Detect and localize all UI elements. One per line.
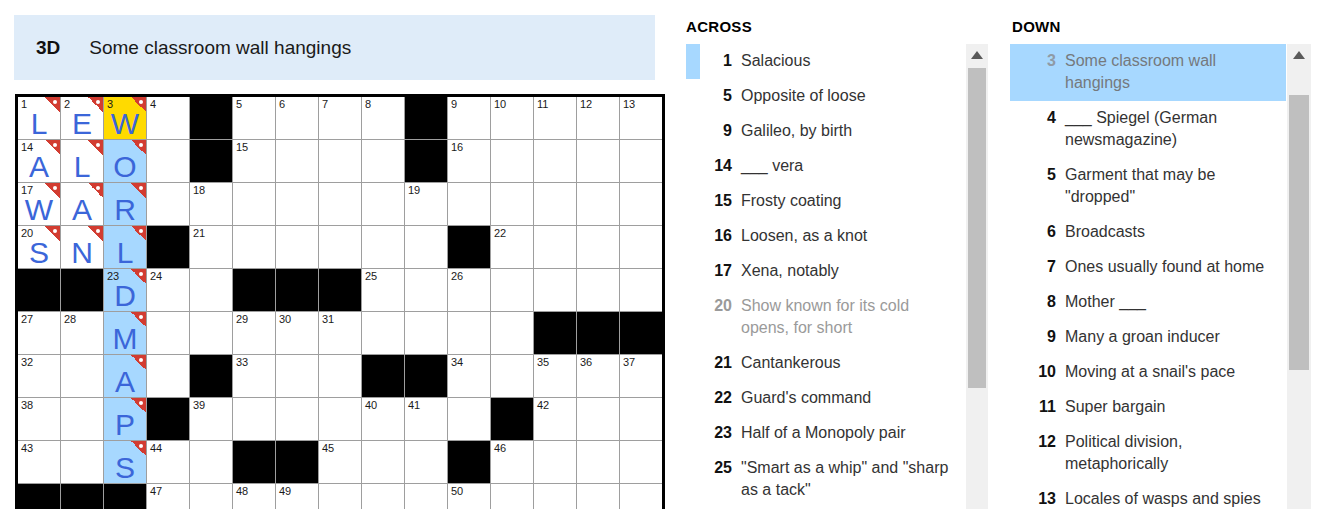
cell-number: 41: [408, 399, 420, 411]
grid-cell-r5c12[interactable]: [491, 269, 533, 311]
current-clue-text: Some classroom wall hangings: [89, 37, 351, 59]
black-cell-r10c2: [61, 484, 103, 509]
grid-cell-r10c13[interactable]: [534, 484, 576, 509]
cell-number: 44: [150, 442, 162, 454]
clue-text: Some classroom wall hangings: [1065, 50, 1283, 94]
grid-cell-r10c4[interactable]: 47: [147, 484, 189, 509]
cell-number: 28: [64, 313, 76, 325]
grid-cell-r10c10[interactable]: [405, 484, 447, 509]
black-cell-r2c5: [190, 140, 232, 182]
cell-number: 49: [279, 485, 291, 497]
grid-cell-r2c2[interactable]: L: [61, 140, 103, 182]
cell-number: 22: [494, 227, 506, 239]
grid-cell-r10c12[interactable]: [491, 484, 533, 509]
grid-cell-r8c2[interactable]: [61, 398, 103, 440]
clue-number: 10: [1024, 361, 1056, 383]
clue-across-20[interactable]: 20Show known for its cold opens, for sho…: [686, 289, 960, 346]
cell-number: 38: [21, 399, 33, 411]
cell-number: 13: [623, 98, 635, 110]
grid-cell-r10c6[interactable]: 48: [233, 484, 275, 509]
revealed-marker-icon: [131, 269, 146, 284]
revealed-marker-icon: [88, 140, 103, 155]
cell-number: 31: [322, 313, 334, 325]
black-cell-r6c13: [534, 312, 576, 354]
cell-number: 21: [193, 227, 205, 239]
grid-cell-r10c15[interactable]: [620, 484, 662, 509]
revealed-marker-icon: [88, 226, 103, 241]
grid-cell-r9c4[interactable]: 44: [147, 441, 189, 483]
cell-number: 40: [365, 399, 377, 411]
grid-cell-r3c1[interactable]: 17W: [18, 183, 60, 225]
grid-cell-r5c10[interactable]: [405, 269, 447, 311]
grid-cell-r4c6[interactable]: [233, 226, 275, 268]
grid-cell-r9c13[interactable]: [534, 441, 576, 483]
clue-text: ___ vera: [741, 155, 955, 177]
clue-text: Opposite of loose: [741, 85, 955, 107]
grid-cell-r7c7[interactable]: [276, 355, 318, 397]
clue-number: 15: [700, 190, 732, 212]
clue-down-7[interactable]: 7Ones usually found at home: [1010, 250, 1286, 285]
grid-cell-r2c15[interactable]: [620, 140, 662, 182]
grid-cell-r6c5[interactable]: [190, 312, 232, 354]
grid-cell-r1c9[interactable]: 8: [362, 97, 404, 139]
crossword-board: 1L2E3W4567891011121314ALO151617WAR181920…: [15, 94, 665, 509]
cell-number: 39: [193, 399, 205, 411]
grid-cell-r8c8[interactable]: [319, 398, 361, 440]
cell-number: 25: [365, 270, 377, 282]
down-scroll-thumb[interactable]: [1289, 95, 1309, 370]
clue-number: 7: [1024, 256, 1056, 278]
clue-down-9[interactable]: 9Many a groan inducer: [1010, 320, 1286, 355]
revealed-marker-icon: [131, 183, 146, 198]
cell-number: 36: [580, 356, 592, 368]
cell-number: 37: [623, 356, 635, 368]
clue-across-23[interactable]: 23Half of a Monopoly pair: [686, 416, 960, 451]
grid-cell-r2c14[interactable]: [577, 140, 619, 182]
grid-cell-r7c12[interactable]: [491, 355, 533, 397]
grid-cell-r2c7[interactable]: [276, 140, 318, 182]
clue-text: Ones usually found at home: [1065, 256, 1283, 278]
grid-cell-r2c9[interactable]: [362, 140, 404, 182]
clue-across-14[interactable]: 14___ vera: [686, 149, 960, 184]
grid-cell-r4c14[interactable]: [577, 226, 619, 268]
grid-cell-r7c3[interactable]: A: [104, 355, 146, 397]
black-cell-r1c5: [190, 97, 232, 139]
cell-number: 20: [21, 227, 33, 239]
clue-across-15[interactable]: 15Frosty coating: [686, 184, 960, 219]
grid-cell-r9c2[interactable]: [61, 441, 103, 483]
grid-cell-r4c15[interactable]: [620, 226, 662, 268]
cell-number: 43: [21, 442, 33, 454]
across-panel: ACROSS 1Salacious5Opposite of loose9Gali…: [686, 18, 988, 509]
clue-text: Moving at a snail's pace: [1065, 361, 1283, 383]
grid-cell-r2c12[interactable]: [491, 140, 533, 182]
grid-cell-r3c3[interactable]: R: [104, 183, 146, 225]
clue-across-17[interactable]: 17Xena, notably: [686, 254, 960, 289]
cell-number: 24: [150, 270, 162, 282]
cell-letter: S: [104, 452, 146, 484]
grid-cell-r6c2[interactable]: 28: [61, 312, 103, 354]
grid-cell-r3c7[interactable]: [276, 183, 318, 225]
grid-cell-r5c4[interactable]: 24: [147, 269, 189, 311]
down-clue-list: 3Some classroom wall hangings4___ Spiege…: [1010, 44, 1286, 509]
black-cell-r8c4: [147, 398, 189, 440]
clue-number: 21: [700, 352, 732, 374]
grid-cell-r1c6[interactable]: 5: [233, 97, 275, 139]
grid-cell-r6c11[interactable]: [448, 312, 490, 354]
grid-cell-r9c12[interactable]: 46: [491, 441, 533, 483]
clue-text: Super bargain: [1065, 396, 1283, 418]
grid-cell-r3c9[interactable]: [362, 183, 404, 225]
clue-number: 6: [1024, 221, 1056, 243]
black-cell-r7c9: [362, 355, 404, 397]
grid-cell-r8c3[interactable]: P: [104, 398, 146, 440]
grid-cell-r5c9[interactable]: 25: [362, 269, 404, 311]
clue-number: 8: [1024, 291, 1056, 313]
grid-cell-r7c4[interactable]: [147, 355, 189, 397]
cell-number: 27: [21, 313, 33, 325]
grid-cell-r9c8[interactable]: 45: [319, 441, 361, 483]
grid-cell-r7c14[interactable]: 36: [577, 355, 619, 397]
grid-cell-r10c7[interactable]: 49: [276, 484, 318, 509]
cell-number: 26: [451, 270, 463, 282]
grid-cell-r1c1[interactable]: 1L: [18, 97, 60, 139]
cell-number: 33: [236, 356, 248, 368]
cell-letter: D: [104, 280, 146, 312]
grid-cell-r7c2[interactable]: [61, 355, 103, 397]
cell-letter: P: [104, 409, 146, 441]
grid-cell-r10c11[interactable]: 50: [448, 484, 490, 509]
grid-cell-r3c11[interactable]: [448, 183, 490, 225]
black-cell-r9c11: [448, 441, 490, 483]
cell-number: 50: [451, 485, 463, 497]
scroll-up-arrow-icon[interactable]: [971, 51, 983, 59]
cell-letter: A: [61, 194, 103, 226]
grid-cell-r9c14[interactable]: [577, 441, 619, 483]
grid-cell-r9c15[interactable]: [620, 441, 662, 483]
clue-down-5[interactable]: 5Garment that may be "dropped": [1010, 158, 1286, 215]
cell-number: 11: [537, 98, 548, 110]
clue-number: 3: [1024, 50, 1056, 94]
grid-cell-r4c3[interactable]: L: [104, 226, 146, 268]
cell-number: 19: [408, 184, 420, 196]
grid-cell-r10c5[interactable]: [190, 484, 232, 509]
grid-cell-r4c2[interactable]: N: [61, 226, 103, 268]
revealed-marker-icon: [45, 183, 60, 198]
clue-across-22[interactable]: 22Guard's command: [686, 381, 960, 416]
clue-across-25[interactable]: 25"Smart as a whip" and "sharp as a tack…: [686, 451, 960, 508]
grid-cell-r8c15[interactable]: [620, 398, 662, 440]
grid-cell-r3c10[interactable]: 19: [405, 183, 447, 225]
grid-cell-r1c12[interactable]: 10: [491, 97, 533, 139]
cell-letter: W: [18, 194, 60, 226]
clue-text: Frosty coating: [741, 190, 955, 212]
black-cell-r9c7: [276, 441, 318, 483]
grid-cell-r7c13[interactable]: 35: [534, 355, 576, 397]
grid-cell-r9c10[interactable]: [405, 441, 447, 483]
clue-text: Political division, metaphorically: [1065, 431, 1283, 475]
revealed-marker-icon: [131, 226, 146, 241]
revealed-marker-icon: [131, 312, 146, 327]
cell-number: 23: [107, 270, 119, 282]
black-cell-r7c5: [190, 355, 232, 397]
clue-down-10[interactable]: 10Moving at a snail's pace: [1010, 355, 1286, 390]
grid-cell-r6c7[interactable]: 30: [276, 312, 318, 354]
grid-cell-r9c5[interactable]: [190, 441, 232, 483]
cell-number: 2: [64, 98, 70, 110]
clue-number: 23: [700, 422, 732, 444]
black-cell-r5c2: [61, 269, 103, 311]
grid-cell-r6c9[interactable]: [362, 312, 404, 354]
grid-cell-r10c9[interactable]: [362, 484, 404, 509]
grid-cell-r9c3[interactable]: S: [104, 441, 146, 483]
grid-cell-r4c10[interactable]: [405, 226, 447, 268]
clue-number: 5: [1024, 164, 1056, 208]
grid-cell-r1c4[interactable]: 4: [147, 97, 189, 139]
black-cell-r1c10: [405, 97, 447, 139]
revealed-marker-icon: [45, 226, 60, 241]
grid-cell-r8c7[interactable]: [276, 398, 318, 440]
grid-cell-r7c8[interactable]: [319, 355, 361, 397]
clue-down-12[interactable]: 12Political division, metaphorically: [1010, 425, 1286, 482]
grid-cell-r6c12[interactable]: [491, 312, 533, 354]
clue-number: 9: [1024, 326, 1056, 348]
down-scrollbar[interactable]: [1287, 44, 1311, 509]
grid-cell-r7c1[interactable]: 32: [18, 355, 60, 397]
grid-cell-r8c11[interactable]: [448, 398, 490, 440]
cell-letter: L: [18, 108, 60, 140]
grid-cell-r6c1[interactable]: 27: [18, 312, 60, 354]
current-clue-banner: 3D Some classroom wall hangings: [14, 15, 655, 80]
clue-text: Broadcasts: [1065, 221, 1283, 243]
cell-number: 17: [21, 184, 33, 196]
grid-cell-r7c11[interactable]: 34: [448, 355, 490, 397]
grid-cell-r3c12[interactable]: [491, 183, 533, 225]
clue-number: 11: [1024, 396, 1056, 418]
black-cell-r9c6: [233, 441, 275, 483]
black-cell-r6c14: [577, 312, 619, 354]
grid-cell-r8c1[interactable]: 38: [18, 398, 60, 440]
grid-cell-r10c8[interactable]: [319, 484, 361, 509]
grid-cell-r3c15[interactable]: [620, 183, 662, 225]
grid-cell-r1c8[interactable]: 7: [319, 97, 361, 139]
grid-cell-r5c13[interactable]: [534, 269, 576, 311]
grid-cell-r3c13[interactable]: [534, 183, 576, 225]
grid-cell-r5c14[interactable]: [577, 269, 619, 311]
black-cell-r10c3: [104, 484, 146, 509]
grid-cell-r9c1[interactable]: 43: [18, 441, 60, 483]
grid-cell-r2c4[interactable]: [147, 140, 189, 182]
clue-number: 12: [1024, 431, 1056, 475]
revealed-marker-icon: [45, 97, 60, 112]
grid-cell-r2c6[interactable]: 15: [233, 140, 275, 182]
grid-cell-r3c14[interactable]: [577, 183, 619, 225]
clue-down-3[interactable]: 3Some classroom wall hangings: [1010, 44, 1286, 101]
cell-number: 5: [236, 98, 242, 110]
grid-cell-r7c6[interactable]: 33: [233, 355, 275, 397]
cell-number: 16: [451, 141, 463, 153]
clue-number: 25: [700, 457, 732, 501]
grid-cell-r5c3[interactable]: 23D: [104, 269, 146, 311]
clue-number: 17: [700, 260, 732, 282]
across-scrollbar[interactable]: [966, 44, 988, 509]
grid-cell-r1c11[interactable]: 9: [448, 97, 490, 139]
clue-across-9[interactable]: 9Galileo, by birth: [686, 114, 960, 149]
grid-cell-r1c7[interactable]: 6: [276, 97, 318, 139]
grid-cell-r8c6[interactable]: [233, 398, 275, 440]
black-cell-r5c7: [276, 269, 318, 311]
clue-number: 5: [700, 85, 732, 107]
grid-cell-r4c9[interactable]: [362, 226, 404, 268]
grid-cell-r6c10[interactable]: [405, 312, 447, 354]
revealed-marker-icon: [131, 398, 146, 413]
black-cell-r8c12: [491, 398, 533, 440]
grid-cell-r6c8[interactable]: 31: [319, 312, 361, 354]
cell-number: 3: [107, 98, 113, 110]
grid-cell-r4c13[interactable]: [534, 226, 576, 268]
grid-cell-r3c6[interactable]: [233, 183, 275, 225]
clue-down-8[interactable]: 8Mother ___: [1010, 285, 1286, 320]
cell-letter: L: [104, 237, 146, 269]
black-cell-r5c8: [319, 269, 361, 311]
revealed-marker-icon: [45, 140, 60, 155]
revealed-marker-icon: [88, 183, 103, 198]
grid-cell-r4c12[interactable]: 22: [491, 226, 533, 268]
cell-number: 30: [279, 313, 291, 325]
grid-cell-r2c8[interactable]: [319, 140, 361, 182]
black-cell-r10c1: [18, 484, 60, 509]
clue-text: Mother ___: [1065, 291, 1283, 313]
clue-across-16[interactable]: 16Loosen, as a knot: [686, 219, 960, 254]
cell-letter: A: [18, 151, 60, 183]
revealed-marker-icon: [88, 97, 103, 112]
clue-number: 1: [700, 50, 732, 72]
clue-text: ___ Spiegel (German newsmagazine): [1065, 107, 1283, 151]
cell-number: 45: [322, 442, 334, 454]
cell-number: 1: [21, 98, 27, 110]
cell-number: 29: [236, 313, 248, 325]
grid-cell-r9c9[interactable]: [362, 441, 404, 483]
scroll-up-arrow-icon[interactable]: [1293, 51, 1305, 59]
clue-text: Garment that may be "dropped": [1065, 164, 1283, 208]
grid-cell-r6c6[interactable]: 29: [233, 312, 275, 354]
clue-text: Galileo, by birth: [741, 120, 955, 142]
revealed-marker-icon: [131, 140, 146, 155]
grid-cell-r8c5[interactable]: 39: [190, 398, 232, 440]
revealed-marker-icon: [131, 441, 146, 456]
revealed-marker-icon: [131, 97, 146, 112]
clue-down-4[interactable]: 4___ Spiegel (German newsmagazine): [1010, 101, 1286, 158]
grid-cell-r2c11[interactable]: 16: [448, 140, 490, 182]
crossword-grid: 1L2E3W4567891011121314ALO151617WAR181920…: [15, 94, 665, 509]
black-cell-r4c11: [448, 226, 490, 268]
grid-cell-r6c4[interactable]: [147, 312, 189, 354]
cell-number: 9: [451, 98, 457, 110]
clue-down-13[interactable]: 13Locales of wasps and spies: [1010, 482, 1286, 509]
grid-cell-r7c15[interactable]: 37: [620, 355, 662, 397]
across-header: ACROSS: [686, 18, 988, 44]
black-cell-r5c6: [233, 269, 275, 311]
clue-number: 14: [700, 155, 732, 177]
grid-cell-r1c14[interactable]: 12: [577, 97, 619, 139]
grid-cell-r3c2[interactable]: A: [61, 183, 103, 225]
grid-cell-r8c14[interactable]: [577, 398, 619, 440]
cell-number: 35: [537, 356, 549, 368]
current-clue-number: 3D: [36, 37, 60, 59]
cell-letter: S: [18, 237, 60, 269]
clue-number: 4: [1024, 107, 1056, 151]
grid-cell-r3c4[interactable]: [147, 183, 189, 225]
grid-cell-r1c15[interactable]: 13: [620, 97, 662, 139]
clue-across-21[interactable]: 21Cantankerous: [686, 346, 960, 381]
across-scroll-thumb[interactable]: [968, 68, 986, 388]
grid-cell-r2c1[interactable]: 14A: [18, 140, 60, 182]
black-cell-r7c10: [405, 355, 447, 397]
grid-cell-r1c2[interactable]: 2E: [61, 97, 103, 139]
cell-number: 18: [193, 184, 205, 196]
cell-letter: L: [61, 151, 103, 183]
clue-down-11[interactable]: 11Super bargain: [1010, 390, 1286, 425]
clue-number: 22: [700, 387, 732, 409]
grid-cell-r10c14[interactable]: [577, 484, 619, 509]
grid-cell-r5c15[interactable]: [620, 269, 662, 311]
cell-number: 14: [21, 141, 33, 153]
clue-text: Half of a Monopoly pair: [741, 422, 955, 444]
across-clue-list: 1Salacious5Opposite of loose9Galileo, by…: [686, 44, 960, 508]
clue-text: Loosen, as a knot: [741, 225, 955, 247]
grid-cell-r8c9[interactable]: 40: [362, 398, 404, 440]
clue-text: Show known for its cold opens, for short: [741, 295, 955, 339]
grid-cell-r2c13[interactable]: [534, 140, 576, 182]
revealed-marker-icon: [131, 355, 146, 370]
grid-cell-r5c11[interactable]: 26: [448, 269, 490, 311]
grid-cell-r6c3[interactable]: M: [104, 312, 146, 354]
clue-number: 16: [700, 225, 732, 247]
cell-letter: A: [104, 366, 146, 398]
grid-cell-r1c3[interactable]: 3W: [104, 97, 146, 139]
grid-cell-r2c3[interactable]: O: [104, 140, 146, 182]
black-cell-r2c10: [405, 140, 447, 182]
cell-number: 34: [451, 356, 463, 368]
grid-cell-r3c5[interactable]: 18: [190, 183, 232, 225]
clue-text: Locales of wasps and spies: [1065, 488, 1283, 509]
grid-cell-r4c7[interactable]: [276, 226, 318, 268]
clue-across-1[interactable]: 1Salacious: [686, 44, 960, 79]
grid-cell-r3c8[interactable]: [319, 183, 361, 225]
grid-cell-r5c5[interactable]: [190, 269, 232, 311]
grid-cell-r1c13[interactable]: 11: [534, 97, 576, 139]
grid-cell-r8c13[interactable]: 42: [534, 398, 576, 440]
cell-number: 7: [322, 98, 328, 110]
clue-down-6[interactable]: 6Broadcasts: [1010, 215, 1286, 250]
cell-number: 47: [150, 485, 162, 497]
clue-number: 13: [1024, 488, 1056, 509]
cell-number: 10: [494, 98, 506, 110]
grid-cell-r4c1[interactable]: 20S: [18, 226, 60, 268]
grid-cell-r4c8[interactable]: [319, 226, 361, 268]
clue-text: "Smart as a whip" and "sharp as a tack": [741, 457, 955, 501]
clue-number: 9: [700, 120, 732, 142]
cell-number: 46: [494, 442, 506, 454]
down-panel: DOWN 3Some classroom wall hangings4___ S…: [1010, 18, 1311, 509]
grid-cell-r8c10[interactable]: 41: [405, 398, 447, 440]
cell-letter: E: [61, 108, 103, 140]
cell-number: 4: [150, 98, 156, 110]
cell-letter: R: [104, 194, 146, 226]
grid-cell-r4c5[interactable]: 21: [190, 226, 232, 268]
clue-text: Cantankerous: [741, 352, 955, 374]
clue-across-5[interactable]: 5Opposite of loose: [686, 79, 960, 114]
